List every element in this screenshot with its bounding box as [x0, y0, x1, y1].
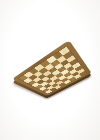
board-field: [18, 47, 86, 94]
photo-background: [0, 0, 100, 140]
